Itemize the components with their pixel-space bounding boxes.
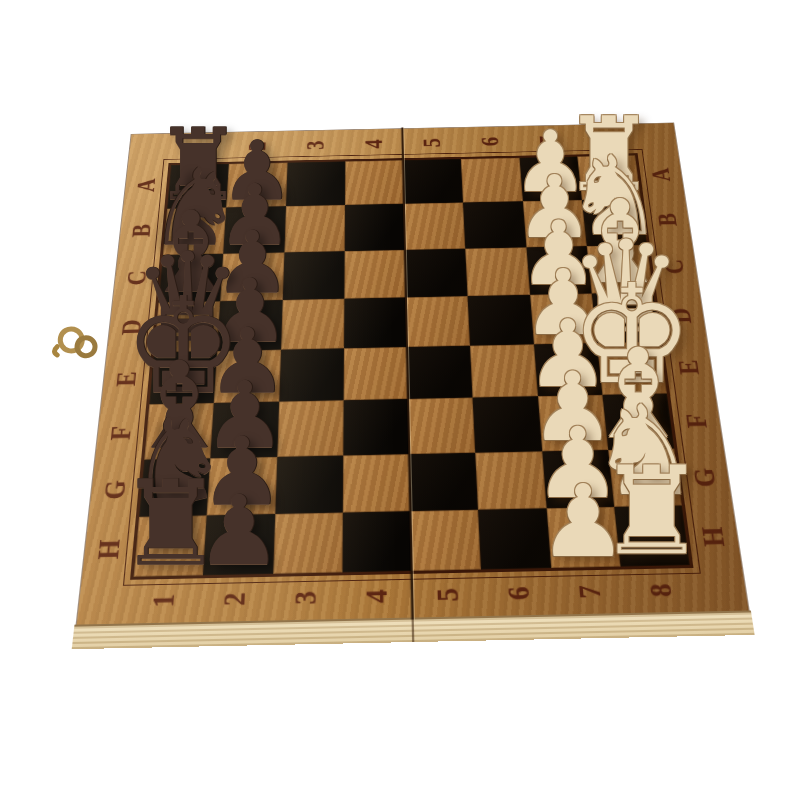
square-B4[interactable] [344,204,405,251]
square-E5[interactable] [407,346,473,399]
square-E4[interactable] [343,347,408,400]
square-F4[interactable] [343,399,409,455]
square-A3[interactable] [286,161,346,206]
square-F5[interactable] [408,398,475,454]
square-A5[interactable] [403,159,463,204]
square-D5[interactable] [406,296,470,347]
square-H5[interactable] [410,509,481,570]
square-D4[interactable] [344,297,407,348]
square-H4[interactable] [342,511,412,573]
square-B5[interactable] [404,203,465,250]
square-G4[interactable] [343,454,411,513]
square-A4[interactable] [345,160,404,205]
piece-bP-H2[interactable]: ♟ [196,492,283,569]
square-C5[interactable] [405,248,468,297]
clasp-hook-icon [46,316,113,373]
chess-set-photo: 12345678 12345678 ABCDEFGH ABCDEFGH ♜♟♟♜… [0,0,800,800]
clasp-hook [45,316,113,377]
square-G5[interactable] [409,452,478,511]
fold-seam-side [412,620,415,643]
piece-wR-H8[interactable]: ♜ [597,463,706,560]
square-C4[interactable] [344,250,406,299]
